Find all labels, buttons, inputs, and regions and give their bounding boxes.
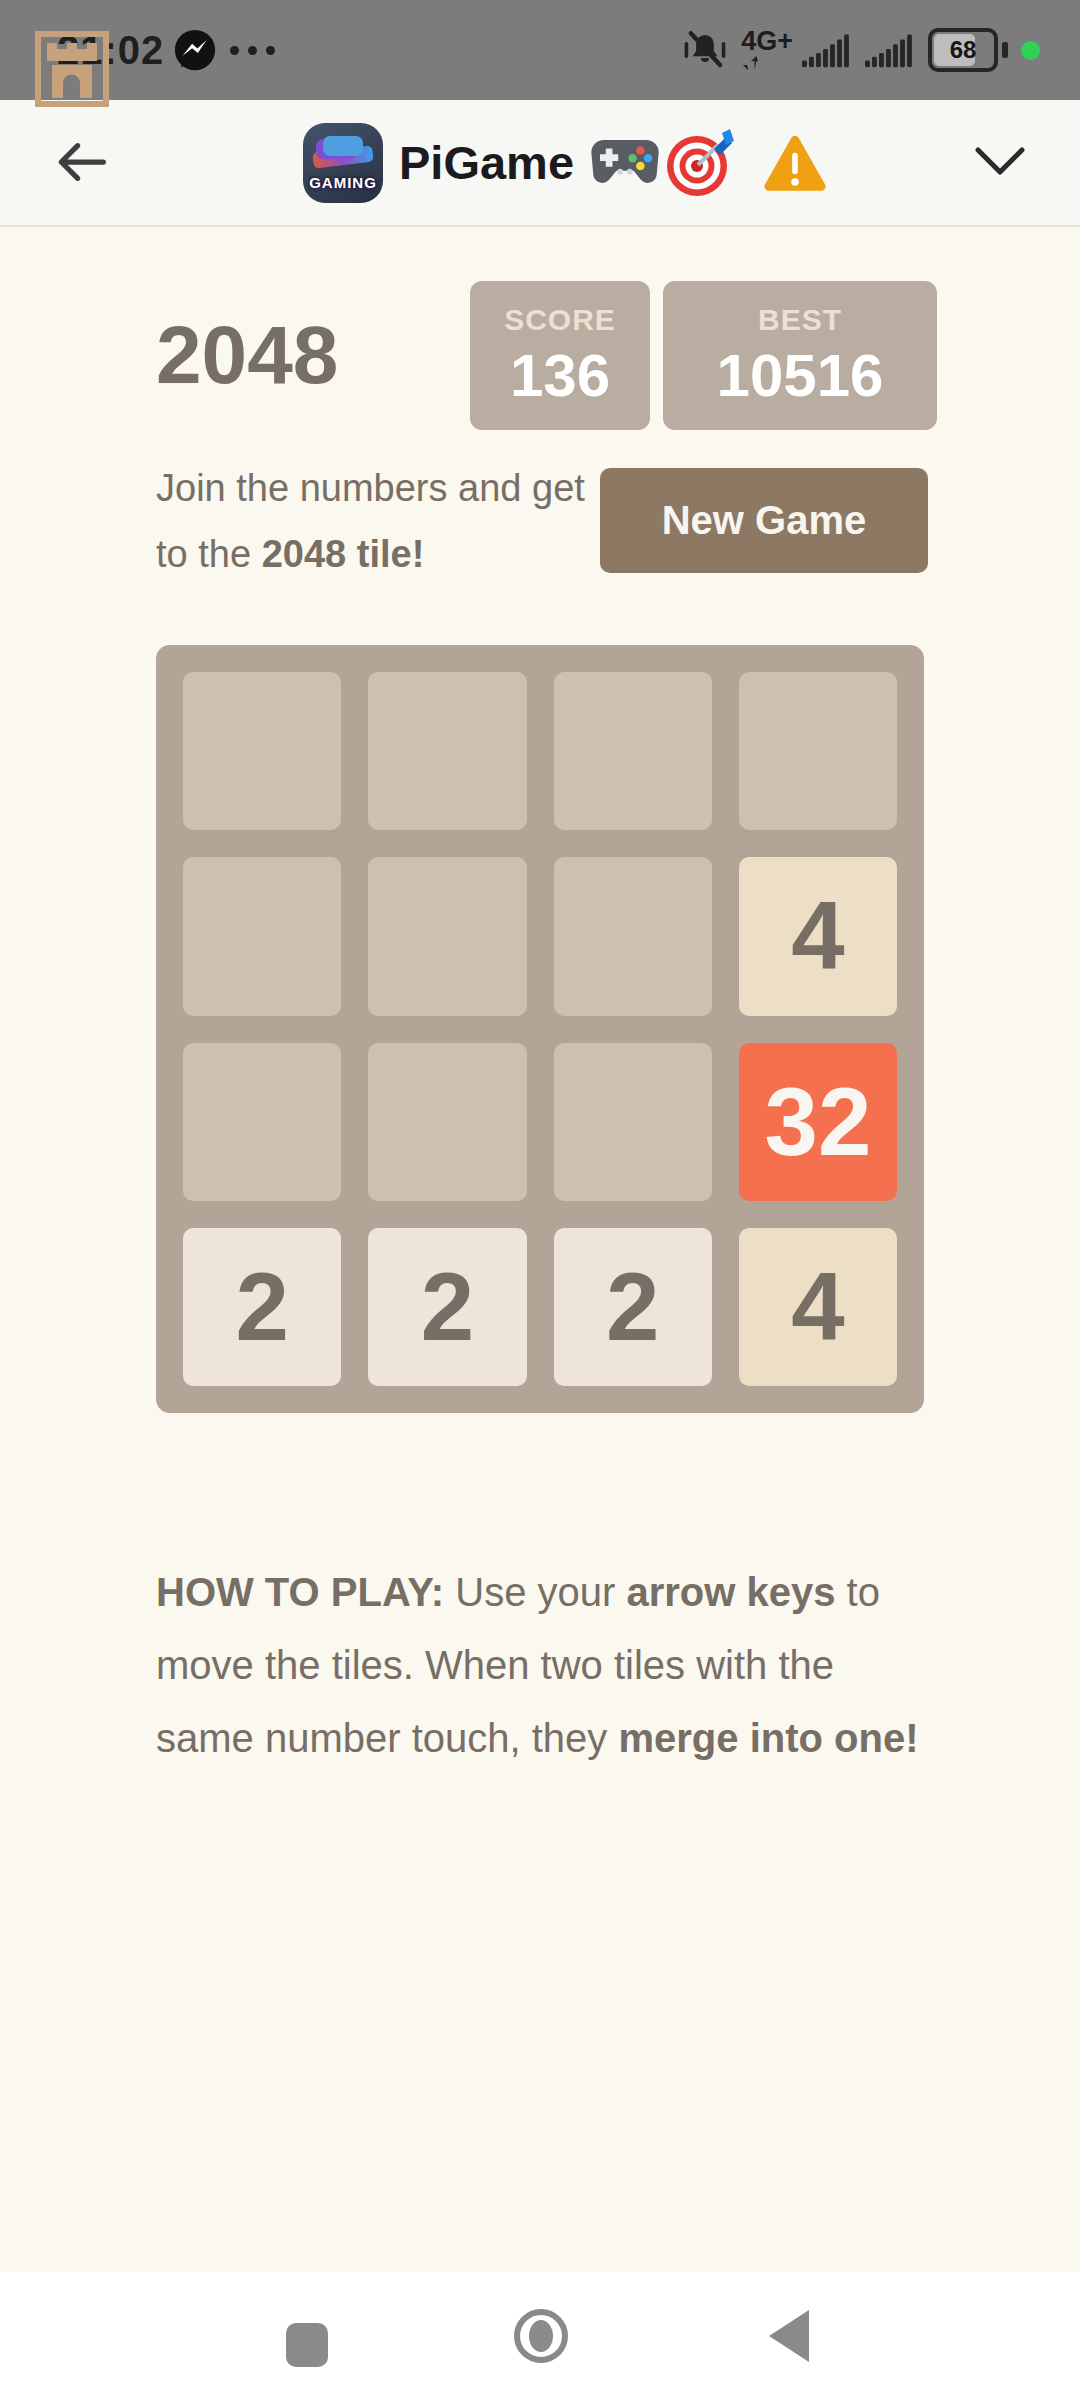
camera-indicator-dot [1021,41,1040,60]
empty-cell-r2c1 [183,857,341,1015]
empty-cell-r3c2 [368,1043,526,1201]
data-arrows-icon [741,55,763,73]
empty-cell-r1c2 [368,672,526,830]
empty-cell-r2c3 [554,857,712,1015]
messenger-icon [172,28,218,74]
network-indicator: 4G+ [741,27,793,73]
battery-indicator: 68 [928,28,998,72]
empty-cell-r1c3 [554,672,712,830]
board[interactable]: 4322224 [156,645,924,1413]
home-button[interactable] [514,2309,568,2363]
page-title: PiGame [399,135,574,190]
empty-cell-r2c2 [368,857,526,1015]
tile-2-r4c1: 2 [183,1228,341,1386]
signal-bars-sim2-icon [865,32,915,68]
status-indicators: 4G+ [682,0,1040,100]
tile-2-r4c2: 2 [368,1228,526,1386]
mute-vibrate-icon [682,28,728,72]
app-icon-label: GAMING [303,174,383,191]
game-subtitle: Join the numbers and get to the 2048 til… [156,455,596,587]
game-heading: 2048 [156,281,338,428]
battery-nub [1002,42,1008,58]
home-button-dot [529,2320,553,2352]
warning-emoji-icon [762,133,828,193]
target-emoji-icon [664,127,736,199]
tile-2-r4c3: 2 [554,1228,712,1386]
how-to-play-text: HOW TO PLAY: Use your arrow keys to move… [156,1556,926,1775]
empty-cell-r3c1 [183,1043,341,1201]
score-value: 136 [510,341,610,410]
score-label: SCORE [504,303,616,337]
network-type-label: 4G+ [741,27,793,55]
status-overflow-dots [230,0,275,100]
gamepad-emoji-icon [588,138,662,188]
floating-tower-widget[interactable] [35,31,109,107]
empty-cell-r1c4 [739,672,897,830]
tile-4-r2c4: 4 [739,857,897,1015]
tile-4-r4c4: 4 [739,1228,897,1386]
best-value: 10516 [717,341,884,410]
app-bar: GAMING PiGame [0,100,1080,227]
score-box: SCORE 136 [470,281,650,430]
back-arrow-button[interactable] [52,134,108,190]
empty-cell-r1c1 [183,672,341,830]
battery-percent: 68 [932,32,994,68]
new-game-button[interactable]: New Game [600,468,928,573]
nav-back-button[interactable] [769,2310,809,2362]
status-bar: 21:02 4G+ [0,0,1080,100]
app-bar-title-group: GAMING PiGame [303,100,828,225]
empty-cell-r3c3 [554,1043,712,1201]
android-nav-bar [0,2272,1080,2400]
best-box: BEST 10516 [663,281,937,430]
best-label: BEST [758,303,842,337]
chevron-down-button[interactable] [974,146,1026,178]
signal-bars-sim1-icon [802,32,852,68]
tile-32-r3c4: 32 [739,1043,897,1201]
pigame-app-icon: GAMING [303,123,383,203]
recents-button[interactable] [286,2323,328,2367]
app-icon-gamepad-art [323,136,363,156]
phone-screen: 21:02 4G+ [0,0,1080,2400]
score-boxes: SCORE 136 BEST 10516 [470,281,937,430]
